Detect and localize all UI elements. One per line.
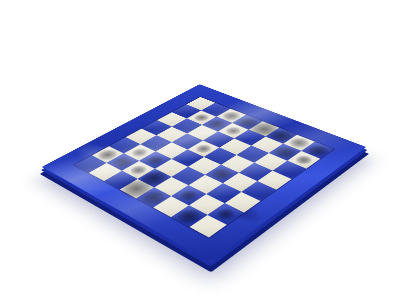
chess-set-photo: ♜♝♚♛♞♜♟♞♟♝♟♟♞♟♟♜♞♟♛♟♟♚♝♝ xyxy=(0,0,400,300)
chess-board: ♜♝♚♛♞♜♟♞♟♝♟♟♞♟♟♜♞♟♛♟♟♚♝♝ xyxy=(42,84,367,262)
board-grid: ♜♝♚♛♞♜♟♞♟♝♟♟♞♟♟♜♞♟♛♟♟♚♝♝ xyxy=(74,97,334,238)
white-pawn-glyph: ♟ xyxy=(282,118,323,163)
black-bishop-glyph: ♝ xyxy=(158,154,218,220)
